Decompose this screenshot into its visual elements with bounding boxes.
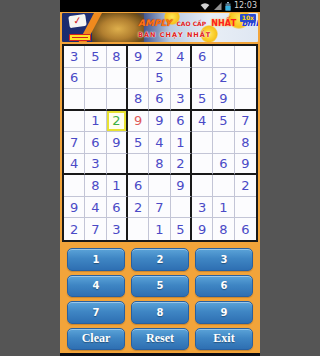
cell-r2c2[interactable] [85, 68, 106, 90]
cell-r1c1[interactable]: 3 [64, 46, 85, 68]
cell-r1c8[interactable] [213, 46, 234, 68]
ad-word-nhat: NHẤT [211, 19, 236, 28]
cell-r1c6[interactable]: 4 [171, 46, 192, 68]
cell-r3c8[interactable]: 9 [213, 89, 234, 111]
cell-r9c9[interactable]: 6 [235, 218, 256, 240]
cell-r5c3[interactable]: 9 [107, 132, 128, 154]
cell-r4c8[interactable]: 5 [213, 111, 234, 133]
ad-badge: 10x [240, 14, 256, 22]
cell-r2c3[interactable] [107, 68, 128, 90]
status-time: 12:03 [234, 0, 257, 12]
cell-r1c2[interactable]: 5 [85, 46, 106, 68]
cell-r3c3[interactable] [107, 89, 128, 111]
cell-r5c7[interactable] [192, 132, 213, 154]
cell-r4c5[interactable]: 9 [149, 111, 170, 133]
ad-word-caocap: CAO CẤP [176, 20, 206, 27]
cell-r2c9[interactable] [235, 68, 256, 90]
ad-banner[interactable]: ✓ AMPLY CAO CẤP NHẤT bmb BÁN CHẠY NHẤT 1… [62, 13, 258, 42]
cell-r6c9[interactable]: 9 [235, 154, 256, 176]
cell-r7c9[interactable]: 2 [235, 175, 256, 197]
cell-r2c5[interactable]: 5 [149, 68, 170, 90]
cell-r4c6[interactable]: 6 [171, 111, 192, 133]
digit-9-button[interactable]: 9 [195, 301, 253, 324]
keypad: 123456789ClearResetExit [67, 248, 253, 350]
digit-8-button[interactable]: 8 [131, 301, 189, 324]
cell-r2c1[interactable]: 6 [64, 68, 85, 90]
signal-icon [213, 2, 222, 11]
status-bar: 12:03 [60, 0, 260, 12]
cell-r4c1[interactable] [64, 111, 85, 133]
cell-r4c9[interactable]: 7 [235, 111, 256, 133]
cell-r6c1[interactable]: 4 [64, 154, 85, 176]
cell-r5c2[interactable]: 6 [85, 132, 106, 154]
cell-r8c8[interactable]: 1 [213, 197, 234, 219]
cell-r4c3[interactable]: 2 [107, 111, 128, 133]
cell-r7c5[interactable] [149, 175, 170, 197]
cell-r2c4[interactable] [128, 68, 149, 90]
digit-7-button[interactable]: 7 [67, 301, 125, 324]
digit-5-button[interactable]: 5 [131, 275, 189, 298]
cell-r1c9[interactable] [235, 46, 256, 68]
reset-button[interactable]: Reset [131, 328, 189, 351]
cell-r8c7[interactable]: 3 [192, 197, 213, 219]
digit-4-button[interactable]: 4 [67, 275, 125, 298]
cell-r9c7[interactable]: 9 [192, 218, 213, 240]
digit-6-button[interactable]: 6 [195, 275, 253, 298]
cell-r8c4[interactable]: 2 [128, 197, 149, 219]
cell-r6c6[interactable]: 2 [171, 154, 192, 176]
digit-2-button[interactable]: 2 [131, 248, 189, 271]
cell-r5c9[interactable]: 8 [235, 132, 256, 154]
battery-icon [225, 2, 231, 11]
cell-r3c1[interactable] [64, 89, 85, 111]
cell-r5c5[interactable]: 4 [149, 132, 170, 154]
cell-r3c5[interactable]: 6 [149, 89, 170, 111]
cell-r2c8[interactable]: 2 [213, 68, 234, 90]
cell-r9c8[interactable]: 8 [213, 218, 234, 240]
cell-r3c9[interactable] [235, 89, 256, 111]
cell-r2c7[interactable] [192, 68, 213, 90]
cell-r3c6[interactable]: 3 [171, 89, 192, 111]
cell-r9c3[interactable]: 3 [107, 218, 128, 240]
cell-r3c2[interactable] [85, 89, 106, 111]
cell-r3c7[interactable]: 5 [192, 89, 213, 111]
cell-r1c5[interactable]: 2 [149, 46, 170, 68]
check-icon: ✓ [68, 14, 87, 28]
cell-r8c5[interactable]: 7 [149, 197, 170, 219]
cell-r4c4[interactable]: 9 [128, 111, 149, 133]
cell-r6c3[interactable] [107, 154, 128, 176]
cell-r9c1[interactable]: 2 [64, 218, 85, 240]
cell-r7c8[interactable] [213, 175, 234, 197]
banner-mini-label [69, 34, 91, 41]
amplifier-photo [92, 13, 144, 42]
sudoku-board: 3589246652863591299645776954184382698169… [62, 44, 258, 242]
clear-button[interactable]: Clear [67, 328, 125, 351]
cell-r4c2[interactable]: 1 [85, 111, 106, 133]
cell-r5c8[interactable] [213, 132, 234, 154]
exit-button[interactable]: Exit [195, 328, 253, 351]
cell-r5c1[interactable]: 7 [64, 132, 85, 154]
cell-r7c6[interactable]: 9 [171, 175, 192, 197]
cell-r6c2[interactable]: 3 [85, 154, 106, 176]
cell-r1c4[interactable]: 9 [128, 46, 149, 68]
cell-r8c6[interactable] [171, 197, 192, 219]
cell-r7c2[interactable]: 8 [85, 175, 106, 197]
cell-r6c8[interactable]: 6 [213, 154, 234, 176]
cell-r6c5[interactable]: 8 [149, 154, 170, 176]
cell-r1c7[interactable]: 6 [192, 46, 213, 68]
cell-r8c1[interactable]: 9 [64, 197, 85, 219]
cell-r9c5[interactable]: 1 [149, 218, 170, 240]
digit-1-button[interactable]: 1 [67, 248, 125, 271]
digit-3-button[interactable]: 3 [195, 248, 253, 271]
cell-r9c2[interactable]: 7 [85, 218, 106, 240]
cell-r2c6[interactable] [171, 68, 192, 90]
cell-r5c4[interactable]: 5 [128, 132, 149, 154]
cell-r5c6[interactable]: 1 [171, 132, 192, 154]
ad-word-amply: AMPLY [138, 18, 171, 28]
cell-r7c4[interactable]: 6 [128, 175, 149, 197]
cell-r7c1[interactable] [64, 175, 85, 197]
cell-r7c3[interactable]: 1 [107, 175, 128, 197]
cell-r8c9[interactable] [235, 197, 256, 219]
cell-r8c3[interactable]: 6 [107, 197, 128, 219]
cell-r8c2[interactable]: 4 [85, 197, 106, 219]
ad-text: AMPLY CAO CẤP NHẤT bmb BÁN CHẠY NHẤT [138, 16, 256, 40]
cell-r9c6[interactable]: 5 [171, 218, 192, 240]
cell-r6c7[interactable] [192, 154, 213, 176]
cell-r7c7[interactable] [192, 175, 213, 197]
cell-r6c4[interactable] [128, 154, 149, 176]
cell-r4c7[interactable]: 4 [192, 111, 213, 133]
cell-r9c4[interactable] [128, 218, 149, 240]
wifi-icon [200, 2, 210, 11]
cell-r1c3[interactable]: 8 [107, 46, 128, 68]
sudoku-app: 12:03 ✓ AMPLY CAO CẤP NHẤT bmb BÁN CHẠY … [60, 0, 260, 356]
cell-r3c4[interactable]: 8 [128, 89, 149, 111]
ad-subtitle: BÁN CHẠY NHẤT [138, 30, 256, 40]
